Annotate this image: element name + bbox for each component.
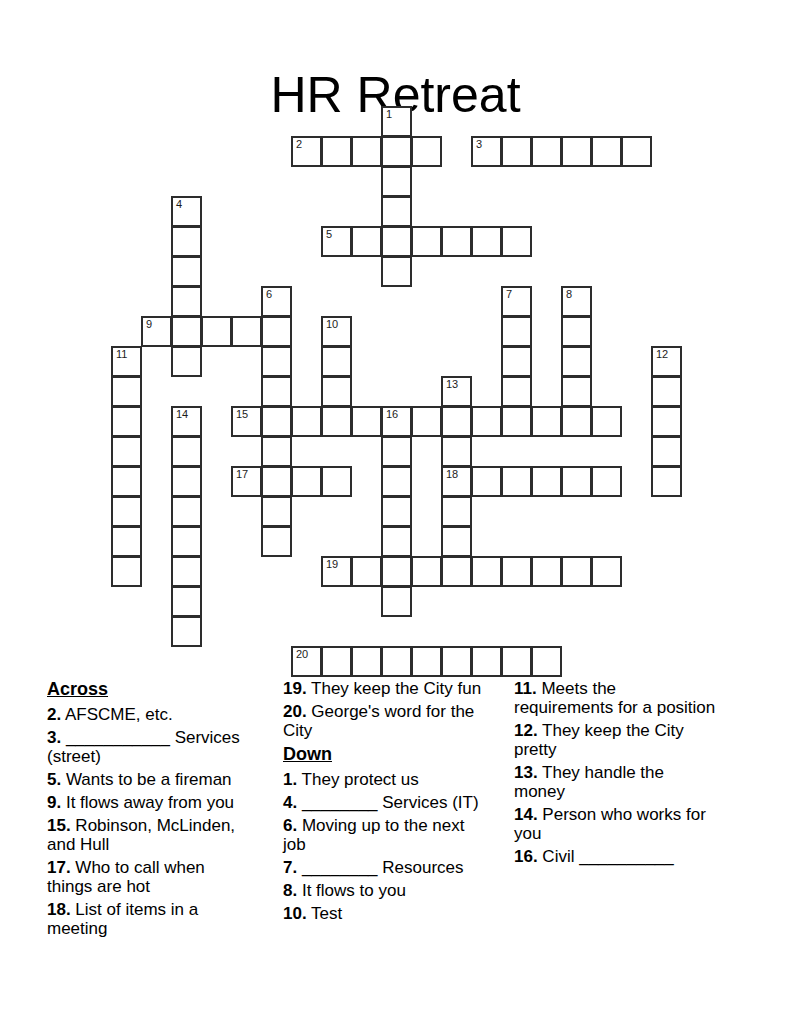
grid-cell-r12c18[interactable]	[651, 466, 682, 497]
clues-column-across: Across2. AFSCME, etc.3. ___________ Serv…	[47, 679, 252, 942]
grid-cell-r18c13[interactable]	[501, 646, 532, 677]
grid-cell-r8c0[interactable]: 11	[111, 346, 142, 377]
clue-number: 5.	[47, 770, 61, 789]
grid-cell-r18c10[interactable]	[411, 646, 442, 677]
grid-cell-r7c13[interactable]	[501, 316, 532, 347]
grid-cell-r7c7[interactable]: 10	[321, 316, 352, 347]
grid-cell-r15c11[interactable]	[441, 556, 472, 587]
clue-7: 7. ________ Resources	[283, 858, 498, 877]
grid-cell-r1c14[interactable]	[531, 136, 562, 167]
grid-cell-r15c0[interactable]	[111, 556, 142, 587]
grid-cell-r9c13[interactable]	[501, 376, 532, 407]
grid-cell-r12c7[interactable]	[321, 466, 352, 497]
grid-cell-r16c2[interactable]	[171, 586, 202, 617]
grid-cell-r15c14[interactable]	[531, 556, 562, 587]
grid-cell-r13c11[interactable]	[441, 496, 472, 527]
clue-text: Who to call when things are hot	[47, 858, 205, 896]
grid-cell-r15c7[interactable]: 19	[321, 556, 352, 587]
grid-cell-r15c10[interactable]	[411, 556, 442, 587]
clue-number: 6.	[283, 816, 297, 835]
cell-number-12: 12	[656, 349, 668, 360]
grid-cell-r18c11[interactable]	[441, 646, 472, 677]
clue-text: George's word for the City	[283, 702, 474, 740]
grid-cell-r4c12[interactable]	[471, 226, 502, 257]
grid-cell-r8c13[interactable]	[501, 346, 532, 377]
clue-number: 10.	[283, 904, 307, 923]
clue-text: Test	[307, 904, 343, 923]
grid-cell-r8c7[interactable]	[321, 346, 352, 377]
grid-cell-r1c10[interactable]	[411, 136, 442, 167]
grid-cell-r17c2[interactable]	[171, 616, 202, 647]
clue-text: They protect us	[297, 770, 419, 789]
grid-cell-r10c10[interactable]	[411, 406, 442, 437]
cell-number-10: 10	[326, 319, 338, 330]
grid-cell-r11c9[interactable]	[381, 436, 412, 467]
cell-number-5: 5	[326, 229, 332, 240]
cell-number-16: 16	[386, 409, 398, 420]
grid-cell-r15c2[interactable]	[171, 556, 202, 587]
grid-cell-r10c16[interactable]	[591, 406, 622, 437]
grid-cell-r9c5[interactable]	[261, 376, 292, 407]
grid-cell-r18c8[interactable]	[351, 646, 382, 677]
cell-number-19: 19	[326, 559, 338, 570]
grid-cell-r7c3[interactable]	[201, 316, 232, 347]
grid-cell-r8c2[interactable]	[171, 346, 202, 377]
clue-text: List of items in a meeting	[47, 900, 198, 938]
clue-number: 15.	[47, 816, 71, 835]
grid-cell-r1c13[interactable]	[501, 136, 532, 167]
clue-number: 1.	[283, 770, 297, 789]
grid-cell-r11c18[interactable]	[651, 436, 682, 467]
clue-text: ________ Resources	[297, 858, 463, 877]
clue-10: 10. Test	[283, 904, 498, 923]
grid-cell-r14c2[interactable]	[171, 526, 202, 557]
clue-5: 5. Wants to be a fireman	[47, 770, 252, 789]
grid-cell-r1c9[interactable]	[381, 136, 412, 167]
grid-cell-r7c1[interactable]: 9	[141, 316, 172, 347]
grid-cell-r10c12[interactable]	[471, 406, 502, 437]
grid-cell-r2c9[interactable]	[381, 166, 412, 197]
grid-cell-r7c2[interactable]	[171, 316, 202, 347]
grid-cell-r15c13[interactable]	[501, 556, 532, 587]
grid-cell-r10c4[interactable]: 15	[231, 406, 262, 437]
grid-cell-r15c9[interactable]	[381, 556, 412, 587]
grid-cell-r12c5[interactable]	[261, 466, 292, 497]
cell-number-3: 3	[476, 139, 482, 150]
grid-cell-r12c11[interactable]: 18	[441, 466, 472, 497]
clue-17: 17. Who to call when things are hot	[47, 858, 252, 896]
clue-number: 13.	[514, 763, 538, 782]
clue-text: AFSCME, etc.	[61, 705, 172, 724]
cell-number-7: 7	[506, 289, 512, 300]
grid-cell-r10c14[interactable]	[531, 406, 562, 437]
grid-cell-r16c9[interactable]	[381, 586, 412, 617]
crossword-grid: 1234567891011121314151617181920	[111, 106, 683, 678]
grid-cell-r10c15[interactable]	[561, 406, 592, 437]
grid-cell-r10c18[interactable]	[651, 406, 682, 437]
grid-cell-r13c9[interactable]	[381, 496, 412, 527]
cell-number-11: 11	[116, 349, 127, 360]
grid-cell-r4c7[interactable]: 5	[321, 226, 352, 257]
clue-text: Civil __________	[538, 847, 674, 866]
clue-number: 3.	[47, 728, 61, 747]
cell-number-4: 4	[176, 199, 182, 210]
cell-number-2: 2	[296, 139, 302, 150]
grid-cell-r1c6[interactable]: 2	[291, 136, 322, 167]
grid-cell-r1c17[interactable]	[621, 136, 652, 167]
grid-cell-r10c7[interactable]	[321, 406, 352, 437]
clue-number: 19.	[283, 679, 307, 698]
clue-14: 14. Person who works for you	[514, 805, 736, 843]
cell-number-20: 20	[296, 649, 308, 660]
down-header: Down	[283, 744, 498, 765]
grid-cell-r5c9[interactable]	[381, 256, 412, 287]
cell-number-14: 14	[176, 409, 188, 420]
grid-cell-r11c11[interactable]	[441, 436, 472, 467]
grid-cell-r3c9[interactable]	[381, 196, 412, 227]
grid-cell-r12c16[interactable]	[591, 466, 622, 497]
grid-cell-r10c13[interactable]	[501, 406, 532, 437]
clue-number: 17.	[47, 858, 71, 877]
grid-cell-r14c11[interactable]	[441, 526, 472, 557]
grid-cell-r18c12[interactable]	[471, 646, 502, 677]
grid-cell-r18c7[interactable]	[321, 646, 352, 677]
grid-cell-r3c2[interactable]: 4	[171, 196, 202, 227]
clue-number: 18.	[47, 900, 71, 919]
grid-cell-r12c13[interactable]	[501, 466, 532, 497]
clue-text: ________ Services (IT)	[297, 793, 478, 812]
grid-cell-r12c4[interactable]: 17	[231, 466, 262, 497]
clue-number: 20.	[283, 702, 307, 721]
grid-cell-r10c9[interactable]: 16	[381, 406, 412, 437]
grid-cell-r10c8[interactable]	[351, 406, 382, 437]
clue-6: 6. Moving up to the next job	[283, 816, 498, 854]
grid-cell-r12c6[interactable]	[291, 466, 322, 497]
grid-cell-r11c0[interactable]	[111, 436, 142, 467]
grid-cell-r10c6[interactable]	[291, 406, 322, 437]
grid-cell-r13c2[interactable]	[171, 496, 202, 527]
grid-cell-r7c5[interactable]	[261, 316, 292, 347]
grid-cell-r7c15[interactable]	[561, 316, 592, 347]
clue-text: They keep the City pretty	[514, 721, 684, 759]
clue-number: 11.	[514, 679, 537, 698]
clues-column-right: 11. Meets the requirements for a positio…	[514, 679, 736, 870]
grid-cell-r6c2[interactable]	[171, 286, 202, 317]
grid-cell-r13c0[interactable]	[111, 496, 142, 527]
clue-9: 9. It flows away from you	[47, 793, 252, 812]
grid-cell-r1c12[interactable]: 3	[471, 136, 502, 167]
grid-cell-r10c5[interactable]	[261, 406, 292, 437]
across-header: Across	[47, 679, 252, 700]
grid-cell-r6c15[interactable]: 8	[561, 286, 592, 317]
grid-cell-r1c15[interactable]	[561, 136, 592, 167]
clue-text: It flows away from you	[61, 793, 234, 812]
cell-number-13: 13	[446, 379, 458, 390]
grid-cell-r12c9[interactable]	[381, 466, 412, 497]
clue-8: 8. It flows to you	[283, 881, 498, 900]
grid-cell-r15c15[interactable]	[561, 556, 592, 587]
clue-number: 2.	[47, 705, 61, 724]
grid-cell-r10c2[interactable]: 14	[171, 406, 202, 437]
grid-cell-r10c0[interactable]	[111, 406, 142, 437]
clue-11: 11. Meets the requirements for a positio…	[514, 679, 736, 717]
clue-number: 16.	[514, 847, 538, 866]
grid-cell-r15c12[interactable]	[471, 556, 502, 587]
clue-19: 19. They keep the City fun	[283, 679, 498, 698]
grid-cell-r12c14[interactable]	[531, 466, 562, 497]
grid-cell-r15c8[interactable]	[351, 556, 382, 587]
grid-cell-r9c18[interactable]	[651, 376, 682, 407]
clue-3: 3. ___________ Services (street)	[47, 728, 252, 766]
clue-15: 15. Robinson, McLinden, and Hull	[47, 816, 252, 854]
grid-cell-r7c4[interactable]	[231, 316, 262, 347]
clue-4: 4. ________ Services (IT)	[283, 793, 498, 812]
grid-cell-r14c9[interactable]	[381, 526, 412, 557]
grid-cell-r8c5[interactable]	[261, 346, 292, 377]
clue-text: Robinson, McLinden, and Hull	[47, 816, 235, 854]
grid-cell-r6c13[interactable]: 7	[501, 286, 532, 317]
grid-cell-r18c6[interactable]: 20	[291, 646, 322, 677]
grid-cell-r0c9[interactable]: 1	[381, 106, 412, 137]
grid-cell-r6c5[interactable]: 6	[261, 286, 292, 317]
clue-20: 20. George's word for the City	[283, 702, 498, 740]
grid-cell-r1c16[interactable]	[591, 136, 622, 167]
clue-text: It flows to you	[297, 881, 406, 900]
grid-cell-r1c7[interactable]	[321, 136, 352, 167]
grid-cell-r9c0[interactable]	[111, 376, 142, 407]
clue-number: 12.	[514, 721, 538, 740]
grid-cell-r9c15[interactable]	[561, 376, 592, 407]
clue-text: Moving up to the next job	[283, 816, 464, 854]
clue-number: 8.	[283, 881, 297, 900]
cell-number-15: 15	[236, 409, 248, 420]
clue-number: 7.	[283, 858, 297, 877]
grid-cell-r4c9[interactable]	[381, 226, 412, 257]
grid-cell-r12c2[interactable]	[171, 466, 202, 497]
clue-number: 9.	[47, 793, 61, 812]
clue-1: 1. They protect us	[283, 770, 498, 789]
cell-number-6: 6	[266, 289, 272, 300]
grid-cell-r8c18[interactable]: 12	[651, 346, 682, 377]
clue-text: Wants to be a fireman	[61, 770, 231, 789]
grid-cell-r1c8[interactable]	[351, 136, 382, 167]
clue-number: 4.	[283, 793, 297, 812]
clue-2: 2. AFSCME, etc.	[47, 705, 252, 724]
clue-text: They keep the City fun	[307, 679, 482, 698]
clue-16: 16. Civil __________	[514, 847, 736, 866]
grid-cell-r15c16[interactable]	[591, 556, 622, 587]
clue-number: 14.	[514, 805, 538, 824]
grid-cell-r18c9[interactable]	[381, 646, 412, 677]
grid-cell-r13c5[interactable]	[261, 496, 292, 527]
grid-cell-r5c2[interactable]	[171, 256, 202, 287]
grid-cell-r12c15[interactable]	[561, 466, 592, 497]
clue-text: ___________ Services (street)	[47, 728, 240, 766]
grid-cell-r12c0[interactable]	[111, 466, 142, 497]
cell-number-1: 1	[386, 109, 392, 120]
grid-cell-r12c12[interactable]	[471, 466, 502, 497]
cell-number-9: 9	[146, 319, 152, 330]
grid-cell-r14c5[interactable]	[261, 526, 292, 557]
clue-text: Meets the requirements for a position	[514, 679, 715, 717]
grid-cell-r4c11[interactable]	[441, 226, 472, 257]
cell-number-17: 17	[236, 469, 248, 480]
grid-cell-r18c14[interactable]	[531, 646, 562, 677]
cell-number-18: 18	[446, 469, 458, 480]
grid-cell-r9c11[interactable]: 13	[441, 376, 472, 407]
clue-13: 13. They handle the money	[514, 763, 736, 801]
grid-cell-r4c13[interactable]	[501, 226, 532, 257]
clue-text: Person who works for you	[514, 805, 706, 843]
grid-cell-r9c7[interactable]	[321, 376, 352, 407]
grid-cell-r11c2[interactable]	[171, 436, 202, 467]
grid-cell-r4c8[interactable]	[351, 226, 382, 257]
grid-cell-r10c11[interactable]	[441, 406, 472, 437]
clues-column-middle: 19. They keep the City fun20. George's w…	[283, 679, 498, 927]
cell-number-8: 8	[566, 289, 572, 300]
grid-cell-r14c0[interactable]	[111, 526, 142, 557]
grid-cell-r4c10[interactable]	[411, 226, 442, 257]
clue-18: 18. List of items in a meeting	[47, 900, 252, 938]
clue-12: 12. They keep the City pretty	[514, 721, 736, 759]
grid-cell-r11c5[interactable]	[261, 436, 292, 467]
grid-cell-r8c15[interactable]	[561, 346, 592, 377]
grid-cell-r4c2[interactable]	[171, 226, 202, 257]
